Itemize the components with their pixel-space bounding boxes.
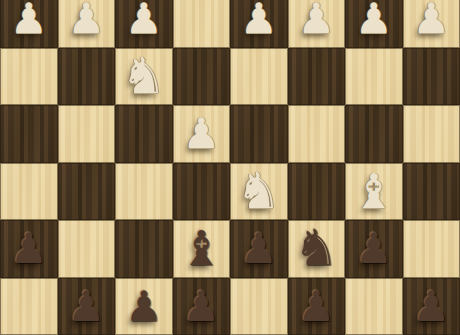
square-d4[interactable]: [230, 105, 288, 163]
square-f3[interactable]: ♞: [115, 48, 173, 106]
square-c7[interactable]: ♟: [288, 278, 346, 335]
chess-board: ♟♟♟♟♟♟♟♞♟♞♝♟♝♟♞♟♟♟♟♟♟: [0, 0, 460, 335]
square-c5[interactable]: [288, 163, 346, 221]
square-a7[interactable]: ♟: [403, 278, 460, 335]
square-a4[interactable]: [403, 105, 460, 163]
square-g5[interactable]: [58, 163, 116, 221]
square-b4[interactable]: [345, 105, 403, 163]
square-g2[interactable]: ♟: [58, 0, 116, 48]
square-f4[interactable]: [115, 105, 173, 163]
black-pawn[interactable]: ♟: [10, 220, 48, 278]
square-c4[interactable]: [288, 105, 346, 163]
square-b3[interactable]: [345, 48, 403, 106]
square-c6[interactable]: ♞: [288, 220, 346, 278]
white-pawn[interactable]: ♟: [297, 0, 335, 48]
white-pawn[interactable]: ♟: [182, 105, 220, 163]
square-g4[interactable]: [58, 105, 116, 163]
black-pawn[interactable]: ♟: [67, 278, 105, 335]
square-g6[interactable]: [58, 220, 116, 278]
square-c3[interactable]: [288, 48, 346, 106]
black-pawn[interactable]: ♟: [125, 278, 163, 335]
black-pawn[interactable]: ♟: [297, 278, 335, 335]
square-d3[interactable]: [230, 48, 288, 106]
square-h7[interactable]: [0, 278, 58, 335]
square-b6[interactable]: ♟: [345, 220, 403, 278]
square-h2[interactable]: ♟: [0, 0, 58, 48]
square-d6[interactable]: ♟: [230, 220, 288, 278]
white-pawn[interactable]: ♟: [355, 0, 393, 48]
square-e7[interactable]: ♟: [173, 278, 231, 335]
square-h5[interactable]: [0, 163, 58, 221]
square-b2[interactable]: ♟: [345, 0, 403, 48]
square-f6[interactable]: [115, 220, 173, 278]
square-f2[interactable]: ♟: [115, 0, 173, 48]
square-e6[interactable]: ♝: [173, 220, 231, 278]
square-b7[interactable]: [345, 278, 403, 335]
square-h6[interactable]: ♟: [0, 220, 58, 278]
black-pawn[interactable]: ♟: [412, 278, 450, 335]
black-bishop[interactable]: ♝: [180, 220, 223, 278]
square-d7[interactable]: [230, 278, 288, 335]
square-g3[interactable]: [58, 48, 116, 106]
black-pawn[interactable]: ♟: [355, 220, 393, 278]
square-e4[interactable]: ♟: [173, 105, 231, 163]
square-e3[interactable]: [173, 48, 231, 106]
black-pawn[interactable]: ♟: [240, 220, 278, 278]
square-h4[interactable]: [0, 105, 58, 163]
chess-app-screen: ♟♟♟♟♟♟♟♞♟♞♝♟♝♟♞♟♟♟♟♟♟: [0, 0, 460, 335]
white-pawn[interactable]: ♟: [10, 0, 48, 48]
square-a5[interactable]: [403, 163, 460, 221]
square-e2[interactable]: [173, 0, 231, 48]
white-knight[interactable]: ♞: [121, 48, 166, 106]
white-bishop[interactable]: ♝: [352, 163, 395, 221]
square-b5[interactable]: ♝: [345, 163, 403, 221]
square-a6[interactable]: [403, 220, 460, 278]
square-a3[interactable]: [403, 48, 460, 106]
square-h3[interactable]: [0, 48, 58, 106]
black-knight[interactable]: ♞: [294, 220, 339, 278]
square-e5[interactable]: [173, 163, 231, 221]
square-d5[interactable]: ♞: [230, 163, 288, 221]
square-a2[interactable]: ♟: [403, 0, 460, 48]
square-d2[interactable]: ♟: [230, 0, 288, 48]
square-f5[interactable]: [115, 163, 173, 221]
white-pawn[interactable]: ♟: [67, 0, 105, 48]
square-c2[interactable]: ♟: [288, 0, 346, 48]
square-f7[interactable]: ♟: [115, 278, 173, 335]
white-pawn[interactable]: ♟: [125, 0, 163, 48]
white-pawn[interactable]: ♟: [240, 0, 278, 48]
black-pawn[interactable]: ♟: [182, 278, 220, 335]
white-pawn[interactable]: ♟: [412, 0, 450, 48]
square-g7[interactable]: ♟: [58, 278, 116, 335]
white-knight[interactable]: ♞: [236, 163, 281, 221]
